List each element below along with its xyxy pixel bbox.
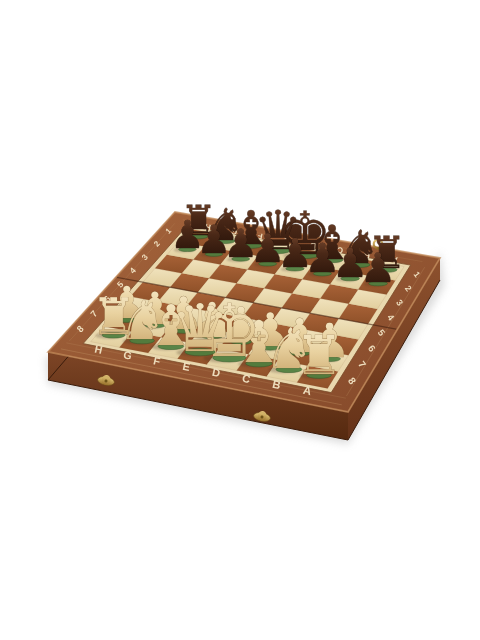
photo-canvas: HGFEDCBAHGFEDCBA1122334455667788♜♞♝♚♛♝♞♜… [0,0,480,640]
piece-glyph-pawn: ♟ [170,212,205,257]
chess-set-photo: HGFEDCBAHGFEDCBA1122334455667788♜♞♝♚♛♝♞♜… [0,0,480,640]
piece-black-pawn-h2: ♟ [170,212,205,257]
piece-white-rook-h8: ♜ [91,287,136,346]
piece-glyph-rook: ♜ [91,287,136,346]
